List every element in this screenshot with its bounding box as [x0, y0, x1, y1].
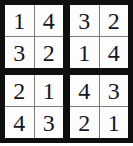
cell-r1c1: 1 [5, 5, 34, 36]
cell-r2c1: 3 [5, 37, 34, 68]
box-bottom-left: 2 1 4 3 [5, 75, 63, 138]
cell-r2c3: 1 [70, 37, 99, 68]
box-top-left: 1 4 3 2 [5, 5, 63, 68]
cell-r4c2: 3 [35, 107, 64, 138]
cell-r3c4: 3 [100, 75, 129, 106]
cell-r3c1: 2 [5, 75, 34, 106]
cell-r2c4: 4 [100, 37, 129, 68]
cell-r4c4: 1 [100, 107, 129, 138]
cell-r1c2: 4 [35, 5, 64, 36]
box-top-right: 3 2 1 4 [70, 5, 128, 68]
cell-r4c3: 2 [70, 107, 99, 138]
box-bottom-right: 4 3 2 1 [70, 75, 128, 138]
cell-r2c2: 2 [35, 37, 64, 68]
cell-r1c4: 2 [100, 5, 129, 36]
cell-r4c1: 4 [5, 107, 34, 138]
cell-r3c2: 1 [35, 75, 64, 106]
board-frame: 1 4 3 2 3 2 1 4 2 1 4 3 4 3 2 1 [0, 0, 133, 143]
shidoku-board: 1 4 3 2 3 2 1 4 2 1 4 3 4 3 2 1 [0, 0, 133, 146]
cell-r3c3: 4 [70, 75, 99, 106]
cell-r1c3: 3 [70, 5, 99, 36]
